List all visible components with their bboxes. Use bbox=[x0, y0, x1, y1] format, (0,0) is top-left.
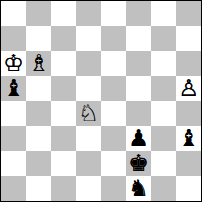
square-g2[interactable] bbox=[151, 151, 176, 176]
white-pawn: ♙ bbox=[178, 76, 199, 101]
square-g3[interactable] bbox=[151, 126, 176, 151]
black-knight: ♞ bbox=[128, 176, 149, 201]
square-b1[interactable] bbox=[26, 176, 51, 201]
square-b7[interactable] bbox=[26, 26, 51, 51]
square-h2[interactable] bbox=[176, 151, 201, 176]
square-a5[interactable]: ♝ bbox=[1, 76, 26, 101]
square-b5[interactable] bbox=[26, 76, 51, 101]
square-c2[interactable] bbox=[51, 151, 76, 176]
square-c3[interactable] bbox=[51, 126, 76, 151]
square-h7[interactable] bbox=[176, 26, 201, 51]
square-b6[interactable]: ♗ bbox=[26, 51, 51, 76]
square-b3[interactable] bbox=[26, 126, 51, 151]
square-f1[interactable]: ♞ bbox=[126, 176, 151, 201]
square-e2[interactable] bbox=[101, 151, 126, 176]
square-a2[interactable] bbox=[1, 151, 26, 176]
square-d8[interactable] bbox=[76, 1, 101, 26]
square-h6[interactable] bbox=[176, 51, 201, 76]
square-c7[interactable] bbox=[51, 26, 76, 51]
square-g7[interactable] bbox=[151, 26, 176, 51]
square-e4[interactable] bbox=[101, 101, 126, 126]
black-king: ♚ bbox=[128, 151, 149, 176]
square-g8[interactable] bbox=[151, 1, 176, 26]
square-f4[interactable] bbox=[126, 101, 151, 126]
square-d1[interactable] bbox=[76, 176, 101, 201]
square-d3[interactable] bbox=[76, 126, 101, 151]
square-c5[interactable] bbox=[51, 76, 76, 101]
square-h4[interactable] bbox=[176, 101, 201, 126]
black-bishop: ♝ bbox=[178, 126, 199, 151]
square-g1[interactable] bbox=[151, 176, 176, 201]
white-bishop: ♗ bbox=[28, 51, 49, 76]
square-a8[interactable] bbox=[1, 1, 26, 26]
square-f2[interactable]: ♚ bbox=[126, 151, 151, 176]
square-c4[interactable] bbox=[51, 101, 76, 126]
square-h5[interactable]: ♙ bbox=[176, 76, 201, 101]
square-a1[interactable] bbox=[1, 176, 26, 201]
square-a4[interactable] bbox=[1, 101, 26, 126]
square-b4[interactable] bbox=[26, 101, 51, 126]
square-g5[interactable] bbox=[151, 76, 176, 101]
square-d6[interactable] bbox=[76, 51, 101, 76]
white-king: ♔ bbox=[3, 51, 24, 76]
square-e5[interactable] bbox=[101, 76, 126, 101]
square-f5[interactable] bbox=[126, 76, 151, 101]
square-f8[interactable] bbox=[126, 1, 151, 26]
black-pawn: ♟ bbox=[128, 126, 149, 151]
square-d7[interactable] bbox=[76, 26, 101, 51]
square-c6[interactable] bbox=[51, 51, 76, 76]
chess-board: ♔♗♝♙♘♟♝♚♞ bbox=[0, 0, 202, 202]
square-a6[interactable]: ♔ bbox=[1, 51, 26, 76]
square-e8[interactable] bbox=[101, 1, 126, 26]
square-d2[interactable] bbox=[76, 151, 101, 176]
square-e3[interactable] bbox=[101, 126, 126, 151]
square-f3[interactable]: ♟ bbox=[126, 126, 151, 151]
square-f6[interactable] bbox=[126, 51, 151, 76]
square-g6[interactable] bbox=[151, 51, 176, 76]
square-b8[interactable] bbox=[26, 1, 51, 26]
square-a3[interactable] bbox=[1, 126, 26, 151]
square-d5[interactable] bbox=[76, 76, 101, 101]
square-h8[interactable] bbox=[176, 1, 201, 26]
square-e7[interactable] bbox=[101, 26, 126, 51]
square-h1[interactable] bbox=[176, 176, 201, 201]
square-f7[interactable] bbox=[126, 26, 151, 51]
square-e1[interactable] bbox=[101, 176, 126, 201]
square-e6[interactable] bbox=[101, 51, 126, 76]
square-c8[interactable] bbox=[51, 1, 76, 26]
black-bishop: ♝ bbox=[3, 76, 24, 101]
square-h3[interactable]: ♝ bbox=[176, 126, 201, 151]
square-c1[interactable] bbox=[51, 176, 76, 201]
square-b2[interactable] bbox=[26, 151, 51, 176]
square-g4[interactable] bbox=[151, 101, 176, 126]
square-a7[interactable] bbox=[1, 26, 26, 51]
white-knight: ♘ bbox=[78, 101, 99, 126]
square-d4[interactable]: ♘ bbox=[76, 101, 101, 126]
